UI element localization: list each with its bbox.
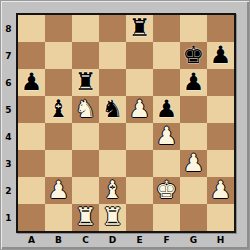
square-g4[interactable] bbox=[180, 123, 207, 150]
black-rook[interactable]: ♜ bbox=[129, 16, 151, 40]
file-label-f: F bbox=[153, 235, 180, 249]
square-h4[interactable] bbox=[207, 123, 234, 150]
square-c8[interactable] bbox=[72, 15, 99, 42]
square-g6[interactable]: ♟ bbox=[180, 69, 207, 96]
square-f8[interactable] bbox=[153, 15, 180, 42]
square-h3[interactable] bbox=[207, 150, 234, 177]
square-e6[interactable] bbox=[126, 69, 153, 96]
square-g5[interactable] bbox=[180, 96, 207, 123]
white-pawn[interactable]: ♟ bbox=[129, 97, 151, 121]
square-f7[interactable] bbox=[153, 42, 180, 69]
square-d3[interactable] bbox=[99, 150, 126, 177]
square-h1[interactable] bbox=[207, 204, 234, 231]
square-d5[interactable]: ♞ bbox=[99, 96, 126, 123]
square-h7[interactable]: ♟ bbox=[207, 42, 234, 69]
square-a5[interactable] bbox=[18, 96, 45, 123]
square-e7[interactable] bbox=[126, 42, 153, 69]
file-label-e: E bbox=[126, 235, 153, 249]
black-bishop[interactable]: ♝ bbox=[48, 97, 70, 121]
black-pawn[interactable]: ♟ bbox=[210, 43, 232, 67]
square-f5[interactable]: ♟ bbox=[153, 96, 180, 123]
black-knight[interactable]: ♞ bbox=[102, 97, 124, 121]
square-f3[interactable] bbox=[153, 150, 180, 177]
white-pawn[interactable]: ♟ bbox=[210, 178, 232, 202]
square-h8[interactable] bbox=[207, 15, 234, 42]
black-pawn[interactable]: ♟ bbox=[21, 70, 43, 94]
white-pawn[interactable]: ♟ bbox=[48, 178, 70, 202]
chessboard-frame: 87654321 ♜♚♟♟♜♟♝♞♞♟♟♟♟♟♝♚♟♜♜ ABCDEFGH bbox=[0, 0, 250, 250]
square-f1[interactable] bbox=[153, 204, 180, 231]
rank-label-4: 4 bbox=[1, 123, 16, 150]
square-f4[interactable]: ♟ bbox=[153, 123, 180, 150]
white-rook[interactable]: ♜ bbox=[102, 205, 124, 229]
square-a2[interactable] bbox=[18, 177, 45, 204]
square-a1[interactable] bbox=[18, 204, 45, 231]
square-e5[interactable]: ♟ bbox=[126, 96, 153, 123]
white-pawn[interactable]: ♟ bbox=[156, 124, 178, 148]
white-pawn[interactable]: ♟ bbox=[183, 151, 205, 175]
white-knight[interactable]: ♞ bbox=[75, 97, 97, 121]
square-e2[interactable] bbox=[126, 177, 153, 204]
rank-label-2: 2 bbox=[1, 177, 16, 204]
square-a7[interactable] bbox=[18, 42, 45, 69]
rank-labels: 87654321 bbox=[1, 15, 16, 231]
square-g8[interactable] bbox=[180, 15, 207, 42]
square-c3[interactable] bbox=[72, 150, 99, 177]
square-c5[interactable]: ♞ bbox=[72, 96, 99, 123]
square-g7[interactable]: ♚ bbox=[180, 42, 207, 69]
square-d6[interactable] bbox=[99, 69, 126, 96]
square-b3[interactable] bbox=[45, 150, 72, 177]
file-label-d: D bbox=[99, 235, 126, 249]
black-rook[interactable]: ♜ bbox=[75, 70, 97, 94]
square-c7[interactable] bbox=[72, 42, 99, 69]
rank-label-8: 8 bbox=[1, 15, 16, 42]
white-king[interactable]: ♚ bbox=[156, 178, 178, 202]
square-g2[interactable] bbox=[180, 177, 207, 204]
square-a3[interactable] bbox=[18, 150, 45, 177]
square-d4[interactable] bbox=[99, 123, 126, 150]
square-f6[interactable] bbox=[153, 69, 180, 96]
square-b7[interactable] bbox=[45, 42, 72, 69]
rank-label-7: 7 bbox=[1, 42, 16, 69]
square-b4[interactable] bbox=[45, 123, 72, 150]
square-h6[interactable] bbox=[207, 69, 234, 96]
file-label-b: B bbox=[45, 235, 72, 249]
black-pawn[interactable]: ♟ bbox=[183, 70, 205, 94]
square-g3[interactable]: ♟ bbox=[180, 150, 207, 177]
black-pawn[interactable]: ♟ bbox=[156, 97, 178, 121]
square-b1[interactable] bbox=[45, 204, 72, 231]
square-c2[interactable] bbox=[72, 177, 99, 204]
file-labels: ABCDEFGH bbox=[18, 235, 234, 249]
square-d2[interactable]: ♝ bbox=[99, 177, 126, 204]
square-d8[interactable] bbox=[99, 15, 126, 42]
square-e3[interactable] bbox=[126, 150, 153, 177]
square-b5[interactable]: ♝ bbox=[45, 96, 72, 123]
square-h5[interactable] bbox=[207, 96, 234, 123]
black-king[interactable]: ♚ bbox=[183, 43, 205, 67]
square-d7[interactable] bbox=[99, 42, 126, 69]
square-c4[interactable] bbox=[72, 123, 99, 150]
square-f2[interactable]: ♚ bbox=[153, 177, 180, 204]
square-g1[interactable] bbox=[180, 204, 207, 231]
square-a4[interactable] bbox=[18, 123, 45, 150]
square-d1[interactable]: ♜ bbox=[99, 204, 126, 231]
square-h2[interactable]: ♟ bbox=[207, 177, 234, 204]
square-e4[interactable] bbox=[126, 123, 153, 150]
square-e8[interactable]: ♜ bbox=[126, 15, 153, 42]
rank-label-6: 6 bbox=[1, 69, 16, 96]
chess-board[interactable]: ♜♚♟♟♜♟♝♞♞♟♟♟♟♟♝♚♟♜♜ bbox=[16, 13, 236, 233]
rank-label-3: 3 bbox=[1, 150, 16, 177]
square-b8[interactable] bbox=[45, 15, 72, 42]
file-label-g: G bbox=[180, 235, 207, 249]
file-label-a: A bbox=[18, 235, 45, 249]
square-e1[interactable] bbox=[126, 204, 153, 231]
rank-label-5: 5 bbox=[1, 96, 16, 123]
square-a6[interactable]: ♟ bbox=[18, 69, 45, 96]
white-bishop[interactable]: ♝ bbox=[102, 178, 124, 202]
square-b2[interactable]: ♟ bbox=[45, 177, 72, 204]
file-label-c: C bbox=[72, 235, 99, 249]
rank-label-1: 1 bbox=[1, 204, 16, 231]
square-a8[interactable] bbox=[18, 15, 45, 42]
square-b6[interactable] bbox=[45, 69, 72, 96]
white-rook[interactable]: ♜ bbox=[75, 205, 97, 229]
square-c6[interactable]: ♜ bbox=[72, 69, 99, 96]
square-c1[interactable]: ♜ bbox=[72, 204, 99, 231]
file-label-h: H bbox=[207, 235, 234, 249]
